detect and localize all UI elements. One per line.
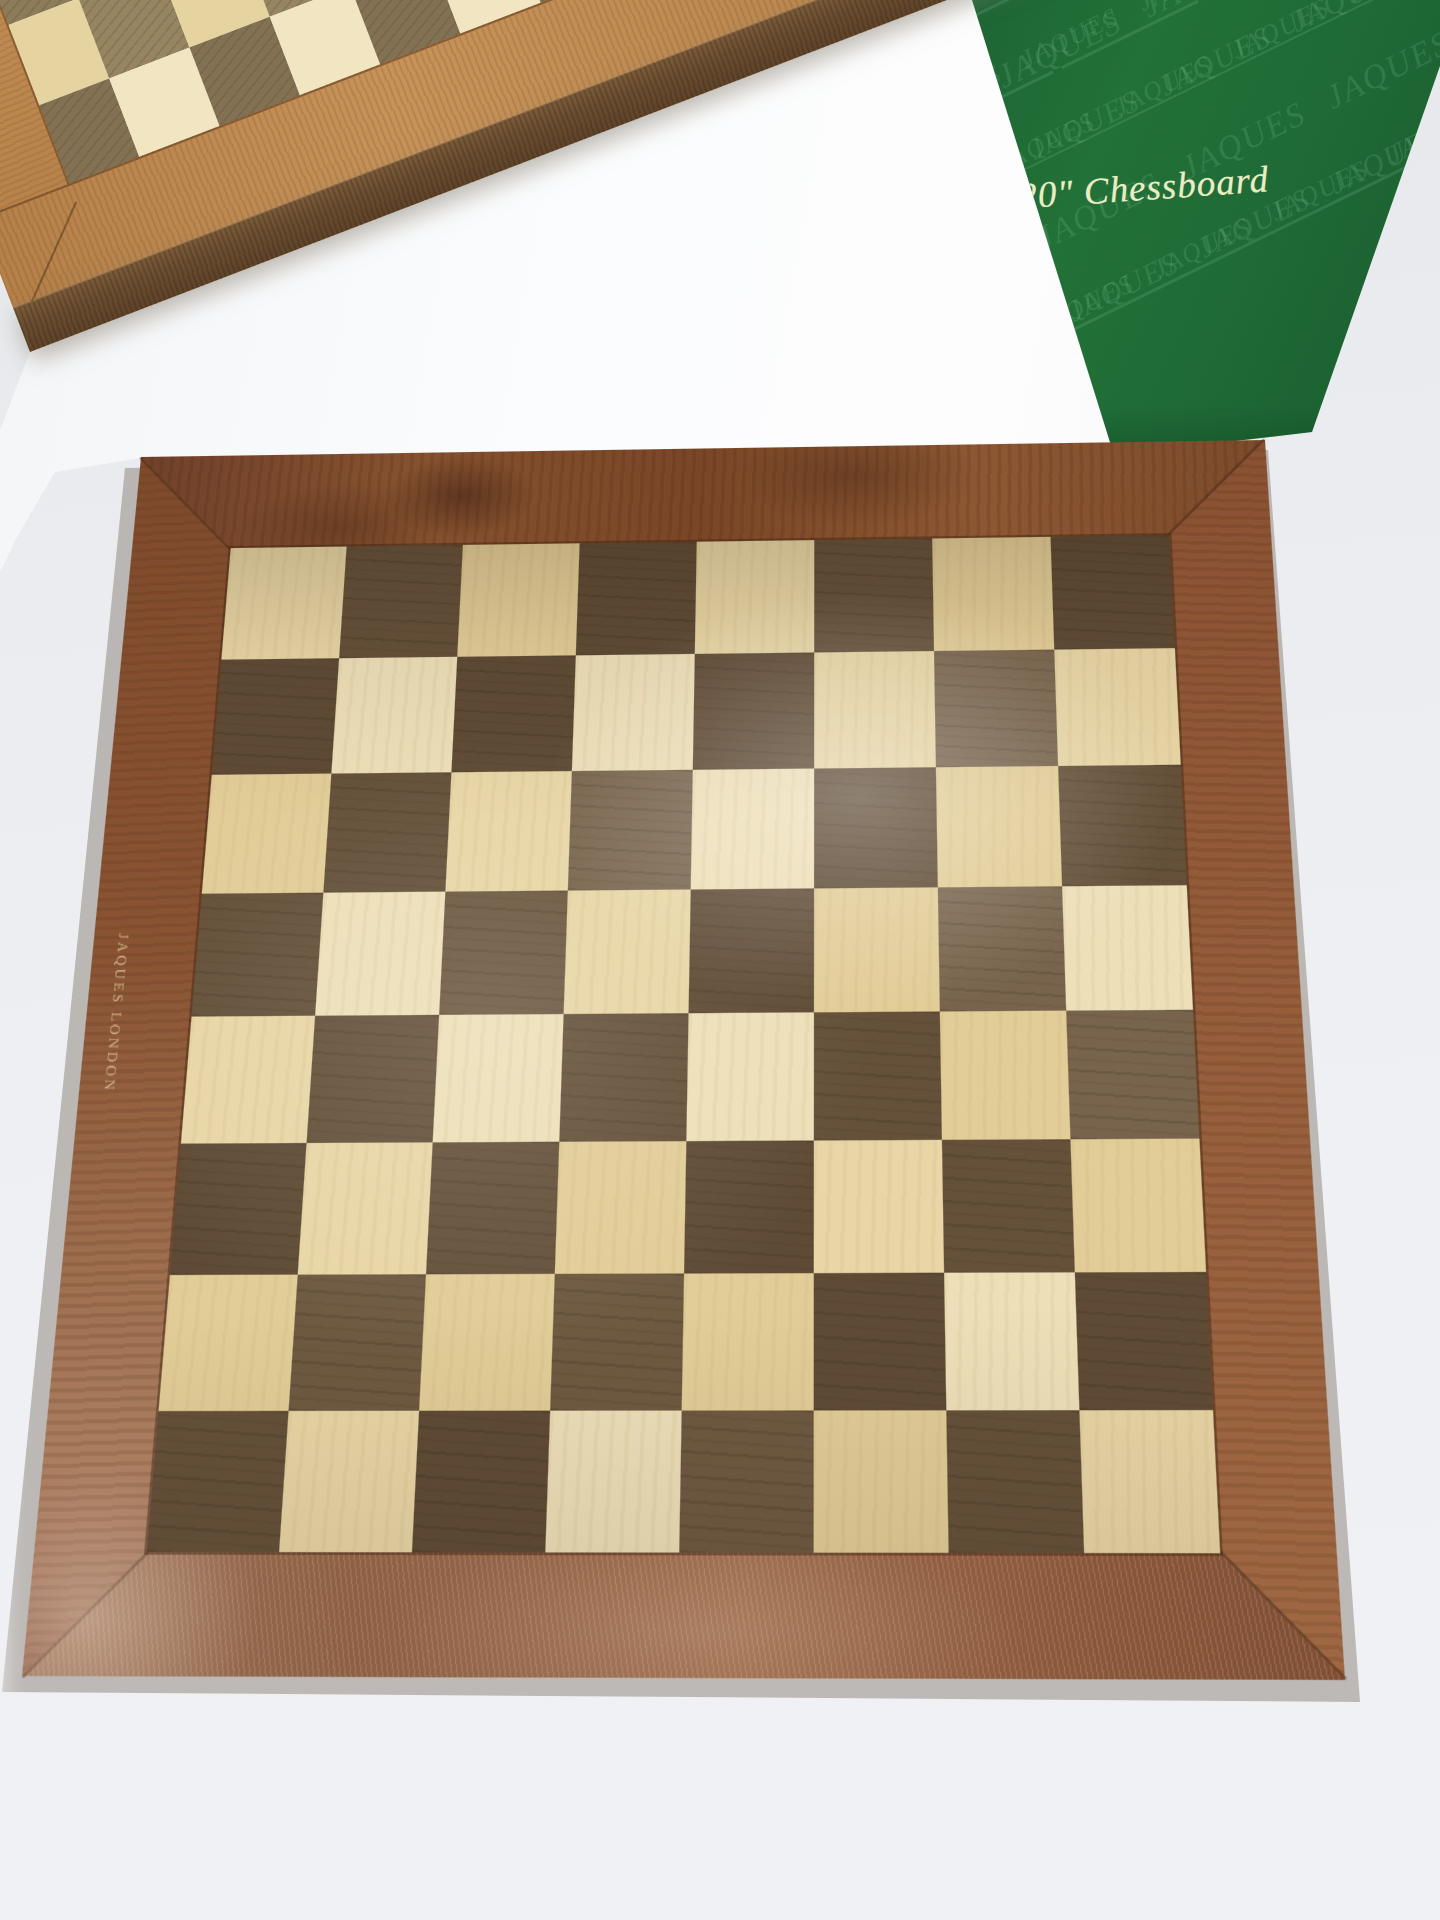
board-square: [691, 769, 814, 890]
frame-band-bottom: [22, 1552, 1345, 1680]
board-square: [814, 651, 936, 769]
board-square: [940, 1011, 1071, 1140]
board-square: [936, 766, 1062, 887]
board-square: [564, 889, 691, 1014]
board-square: [814, 1140, 944, 1273]
board-square: [689, 888, 814, 1013]
board-square: [212, 658, 339, 775]
board-square: [1054, 648, 1180, 766]
board-square: [572, 654, 695, 771]
board-square: [307, 1015, 440, 1143]
board-square: [181, 1016, 315, 1144]
board-square: [559, 1013, 688, 1142]
frame-band-top: [132, 440, 1271, 549]
board-square: [315, 892, 445, 1016]
board-square: [439, 891, 568, 1015]
board-square: [938, 886, 1066, 1011]
board-square: [1070, 1139, 1206, 1273]
board-square: [814, 887, 940, 1012]
board-square: [1066, 1010, 1199, 1139]
board-square: [934, 650, 1058, 768]
board-square: [202, 774, 332, 894]
board-square: [555, 1141, 687, 1274]
board-square: [576, 542, 697, 656]
squares-grid: [147, 535, 1220, 1553]
board-square: [814, 1273, 947, 1411]
board-square: [942, 1139, 1075, 1272]
board-square: [814, 1410, 949, 1553]
board-square: [545, 1411, 681, 1553]
board-square: [147, 1411, 289, 1552]
board-square: [323, 772, 451, 892]
board-square: [686, 1012, 814, 1141]
board-square: [170, 1143, 307, 1275]
board-square: [451, 655, 575, 772]
board-square: [814, 1011, 942, 1140]
board-square: [695, 540, 814, 654]
board-square: [279, 1411, 419, 1552]
board-square: [1075, 1272, 1213, 1410]
board-square: [684, 1141, 814, 1274]
board-square: [433, 1014, 564, 1142]
board-square: [1062, 885, 1193, 1010]
board-square: [946, 1410, 1084, 1553]
board-square: [693, 652, 814, 769]
board-square: [568, 770, 693, 891]
board-square: [221, 547, 346, 660]
board-square: [550, 1274, 684, 1411]
board-square: [1079, 1410, 1220, 1553]
board-square: [159, 1275, 298, 1411]
board-square: [412, 1411, 550, 1553]
main-chessboard: JAQUES LONDON: [22, 440, 1345, 1680]
board-square: [814, 538, 934, 652]
board-square: [932, 537, 1054, 651]
board-square: [1051, 535, 1175, 649]
board-square: [289, 1274, 426, 1411]
board-square: [679, 1410, 814, 1552]
board-square: [1058, 765, 1187, 887]
board-square: [814, 767, 938, 888]
board-square: [445, 771, 572, 892]
board-square: [339, 545, 463, 658]
board-square: [192, 893, 324, 1017]
board-square: [298, 1142, 433, 1274]
board-square: [457, 543, 579, 656]
board-square: [426, 1142, 559, 1275]
playing-surface: [147, 535, 1220, 1553]
photo-stage: JAQUES JAQUES JAQUES JAQUES JAQUES JAQUE…: [0, 0, 1440, 1920]
board-square: [682, 1273, 814, 1410]
board-square: [419, 1274, 555, 1411]
board-square: [944, 1272, 1079, 1410]
board-square: [331, 657, 457, 774]
